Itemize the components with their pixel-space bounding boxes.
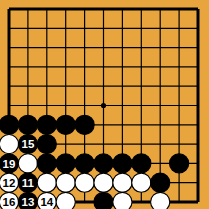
white-stone [0, 135, 19, 154]
move-number-label: 13 [22, 196, 35, 208]
black-stone [0, 115, 19, 134]
go-board[interactable]: 11121314151619 [0, 0, 209, 209]
go-diagram: 11121314151619 [0, 0, 209, 209]
white-stone [37, 173, 56, 192]
black-stone [37, 135, 56, 154]
white-stone [94, 173, 113, 192]
black-stone [56, 154, 75, 173]
white-stone [113, 173, 132, 192]
black-stone [94, 192, 113, 209]
white-stone [75, 173, 94, 192]
white-stone [151, 192, 170, 209]
move-number-label: 16 [3, 196, 16, 208]
move-number-label: 11 [22, 177, 35, 189]
black-stone [56, 115, 75, 134]
black-stone [37, 154, 56, 173]
black-stone [37, 115, 56, 134]
black-stone [113, 154, 132, 173]
star-point [101, 103, 106, 108]
white-stone [18, 154, 37, 173]
move-number-label: 19 [3, 158, 16, 170]
black-stone [75, 115, 94, 134]
move-number-label: 14 [40, 196, 53, 208]
black-stone [18, 115, 37, 134]
black-stone [132, 154, 151, 173]
white-stone [132, 173, 151, 192]
white-stone [56, 192, 75, 209]
move-number-label: 15 [22, 138, 35, 150]
white-stone [56, 173, 75, 192]
black-stone [151, 173, 170, 192]
white-stone [113, 192, 132, 209]
move-number-label: 12 [3, 177, 16, 189]
black-stone [75, 154, 94, 173]
black-stone [94, 154, 113, 173]
black-stone [170, 154, 189, 173]
